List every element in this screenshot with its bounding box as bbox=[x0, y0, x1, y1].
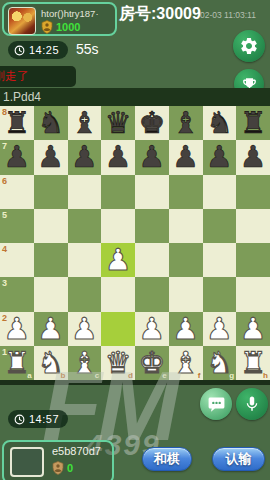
square-g3[interactable] bbox=[203, 277, 237, 311]
square-h5[interactable] bbox=[236, 209, 270, 243]
square-h3[interactable] bbox=[236, 277, 270, 311]
top-timer: 14:25 bbox=[8, 41, 68, 59]
clock-icon bbox=[14, 414, 25, 425]
black-bishop-f8[interactable]: ♝ bbox=[169, 106, 203, 139]
chat-message: 刚走了 bbox=[0, 66, 76, 87]
chat-bubble-icon bbox=[207, 395, 226, 414]
square-c2[interactable]: ♟ bbox=[68, 312, 102, 346]
white-pawn-e2[interactable]: ♟ bbox=[135, 312, 169, 345]
top-player-card[interactable]: htor()htry187· 1000 bbox=[2, 2, 117, 36]
square-c5[interactable] bbox=[68, 209, 102, 243]
square-d6[interactable] bbox=[101, 175, 135, 209]
square-h1[interactable]: h♜ bbox=[236, 346, 270, 380]
square-a2[interactable]: 2♟ bbox=[0, 312, 34, 346]
square-b3[interactable] bbox=[34, 277, 68, 311]
square-e7[interactable]: ♟ bbox=[135, 140, 169, 174]
square-a7[interactable]: 7♟ bbox=[0, 140, 34, 174]
top-timer-value: 14:25 bbox=[29, 44, 59, 56]
voice-button[interactable] bbox=[236, 388, 268, 420]
shield-icon bbox=[41, 20, 53, 34]
square-b5[interactable] bbox=[34, 209, 68, 243]
square-c4[interactable] bbox=[68, 243, 102, 277]
square-c8[interactable]: ♝ bbox=[68, 106, 102, 140]
square-g2[interactable]: ♟ bbox=[203, 312, 237, 346]
draw-button[interactable]: 和棋 bbox=[142, 447, 192, 471]
square-g7[interactable]: ♟ bbox=[203, 140, 237, 174]
rank-label-5: 5 bbox=[2, 210, 7, 220]
clock-icon bbox=[14, 45, 25, 56]
top-player-name: htor()htry187· bbox=[41, 8, 99, 19]
room-number: 房号:30009 bbox=[119, 4, 201, 25]
chat-button[interactable] bbox=[200, 388, 232, 420]
black-pawn-f7[interactable]: ♟ bbox=[169, 140, 203, 173]
square-b2[interactable]: ♟ bbox=[34, 312, 68, 346]
square-b4[interactable] bbox=[34, 243, 68, 277]
square-h2[interactable]: ♟ bbox=[236, 312, 270, 346]
black-knight-b8[interactable]: ♞ bbox=[34, 106, 68, 139]
black-bishop-c8[interactable]: ♝ bbox=[68, 106, 102, 139]
move-list: 1.Pdd4 bbox=[3, 88, 41, 106]
rank-label-8: 8 bbox=[2, 107, 7, 117]
file-label-g: g bbox=[229, 371, 234, 380]
square-a3[interactable]: 3 bbox=[0, 277, 34, 311]
settings-button[interactable] bbox=[233, 30, 265, 62]
square-f2[interactable]: ♟ bbox=[169, 312, 203, 346]
rank-label-3: 3 bbox=[2, 278, 7, 288]
square-f5[interactable] bbox=[169, 209, 203, 243]
square-f4[interactable] bbox=[169, 243, 203, 277]
rank-label-2: 2 bbox=[2, 313, 7, 323]
square-b7[interactable]: ♟ bbox=[34, 140, 68, 174]
file-label-f: f bbox=[198, 371, 201, 380]
square-g6[interactable] bbox=[203, 175, 237, 209]
black-pawn-e7[interactable]: ♟ bbox=[135, 140, 169, 173]
black-queen-d8[interactable]: ♛ bbox=[101, 106, 135, 139]
square-f3[interactable] bbox=[169, 277, 203, 311]
white-pawn-c2[interactable]: ♟ bbox=[68, 312, 102, 345]
black-pawn-c7[interactable]: ♟ bbox=[68, 140, 102, 173]
file-label-a: a bbox=[27, 371, 31, 380]
bottom-timer-value: 14:57 bbox=[29, 413, 59, 425]
square-a8[interactable]: 8♜ bbox=[0, 106, 34, 140]
bottom-timer: 14:57 bbox=[8, 410, 68, 428]
square-h8[interactable]: ♜ bbox=[236, 106, 270, 140]
square-d8[interactable]: ♛ bbox=[101, 106, 135, 140]
square-a1[interactable]: 1a♜ bbox=[0, 346, 34, 380]
square-h6[interactable] bbox=[236, 175, 270, 209]
black-pawn-b7[interactable]: ♟ bbox=[34, 140, 68, 173]
square-e8[interactable]: ♚ bbox=[135, 106, 169, 140]
square-f6[interactable] bbox=[169, 175, 203, 209]
square-f8[interactable]: ♝ bbox=[169, 106, 203, 140]
rank-label-6: 6 bbox=[2, 176, 7, 186]
black-pawn-d7[interactable]: ♟ bbox=[101, 140, 135, 173]
rank-label-4: 4 bbox=[2, 244, 7, 254]
gear-icon bbox=[239, 36, 259, 56]
square-d3[interactable] bbox=[101, 277, 135, 311]
white-pawn-d4[interactable]: ♟ bbox=[101, 243, 135, 276]
bottom-player-rating: 0 bbox=[67, 462, 73, 474]
square-e4[interactable] bbox=[135, 243, 169, 277]
white-pawn-h2[interactable]: ♟ bbox=[236, 312, 270, 345]
square-g1[interactable]: g♞ bbox=[203, 346, 237, 380]
top-player-avatar[interactable] bbox=[8, 7, 36, 35]
top-player-rating: 1000 bbox=[56, 21, 80, 33]
black-pawn-g7[interactable]: ♟ bbox=[203, 140, 237, 173]
rank-label-7: 7 bbox=[2, 141, 7, 151]
microphone-icon bbox=[243, 395, 261, 413]
square-c7[interactable]: ♟ bbox=[68, 140, 102, 174]
square-d4[interactable]: ♟ bbox=[101, 243, 135, 277]
black-king-e8[interactable]: ♚ bbox=[135, 106, 169, 139]
bottom-player-avatar[interactable] bbox=[10, 447, 44, 477]
square-d7[interactable]: ♟ bbox=[101, 140, 135, 174]
file-label-h: h bbox=[263, 371, 268, 380]
square-f7[interactable]: ♟ bbox=[169, 140, 203, 174]
square-g5[interactable] bbox=[203, 209, 237, 243]
square-e3[interactable] bbox=[135, 277, 169, 311]
white-pawn-f2[interactable]: ♟ bbox=[169, 312, 203, 345]
square-e6[interactable] bbox=[135, 175, 169, 209]
black-pawn-h7[interactable]: ♟ bbox=[236, 140, 270, 173]
bottom-player-card[interactable]: e5b870d7 0 bbox=[2, 440, 114, 480]
square-b6[interactable] bbox=[34, 175, 68, 209]
move-list-strip: 1.Pdd4 bbox=[0, 88, 270, 106]
square-e5[interactable] bbox=[135, 209, 169, 243]
move-countdown: 55s bbox=[76, 41, 99, 57]
rank-label-1: 1 bbox=[2, 347, 7, 357]
square-b8[interactable]: ♞ bbox=[34, 106, 68, 140]
bottom-player-name: e5b870d7 bbox=[52, 445, 101, 457]
square-a5[interactable]: 5 bbox=[0, 209, 34, 243]
square-c3[interactable] bbox=[68, 277, 102, 311]
square-a4[interactable]: 4 bbox=[0, 243, 34, 277]
square-g8[interactable]: ♞ bbox=[203, 106, 237, 140]
black-knight-g8[interactable]: ♞ bbox=[203, 106, 237, 139]
square-h7[interactable]: ♟ bbox=[236, 140, 270, 174]
chess-board[interactable]: 8♜♞♝♛♚♝♞♜7♟♟♟♟♟♟♟♟654♟32♟♟♟♟♟♟♟1a♜b♞c♝d♛… bbox=[0, 106, 270, 380]
square-h4[interactable] bbox=[236, 243, 270, 277]
square-e2[interactable]: ♟ bbox=[135, 312, 169, 346]
square-c6[interactable] bbox=[68, 175, 102, 209]
resign-button[interactable]: 认输 bbox=[212, 447, 265, 471]
square-g4[interactable] bbox=[203, 243, 237, 277]
white-pawn-g2[interactable]: ♟ bbox=[203, 312, 237, 345]
chess-app-screen: htor()htry187· 1000 房号:30009 02-03 11:03… bbox=[0, 0, 270, 480]
square-a6[interactable]: 6 bbox=[0, 175, 34, 209]
timestamp: 02-03 11:03:11 bbox=[200, 10, 256, 20]
square-d2[interactable] bbox=[101, 312, 135, 346]
black-rook-h8[interactable]: ♜ bbox=[236, 106, 270, 139]
shield-icon bbox=[52, 461, 64, 475]
square-d5[interactable] bbox=[101, 209, 135, 243]
white-pawn-b2[interactable]: ♟ bbox=[34, 312, 68, 345]
